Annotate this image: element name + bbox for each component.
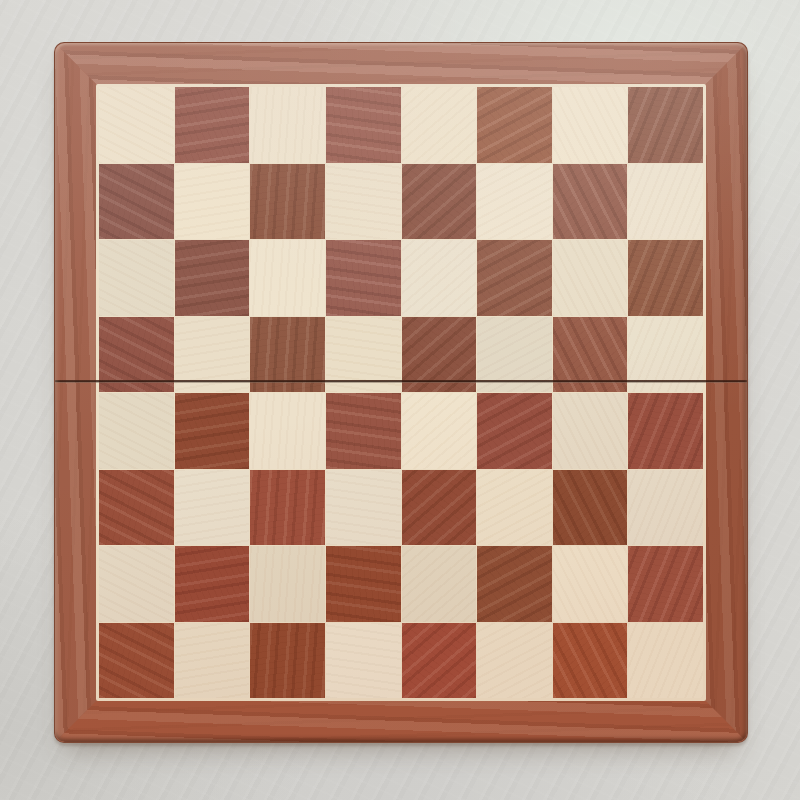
- board-frame-right: [703, 43, 747, 742]
- square-e6[interactable]: [402, 240, 477, 316]
- square-b4[interactable]: [175, 393, 250, 469]
- square-f4[interactable]: [477, 393, 552, 469]
- square-h2[interactable]: [628, 546, 703, 622]
- square-h5[interactable]: [628, 317, 703, 393]
- square-a5[interactable]: [99, 317, 174, 393]
- square-b2[interactable]: [175, 546, 250, 622]
- square-h4[interactable]: [628, 393, 703, 469]
- square-d7[interactable]: [326, 164, 401, 240]
- square-a7[interactable]: [99, 164, 174, 240]
- board-squares-grid: [99, 87, 703, 698]
- board-frame-top: [55, 43, 747, 87]
- square-h7[interactable]: [628, 164, 703, 240]
- square-e8[interactable]: [402, 87, 477, 163]
- chess-board: [54, 42, 748, 743]
- square-d6[interactable]: [326, 240, 401, 316]
- square-b5[interactable]: [175, 317, 250, 393]
- square-c8[interactable]: [250, 87, 325, 163]
- square-e3[interactable]: [402, 470, 477, 546]
- square-c6[interactable]: [250, 240, 325, 316]
- square-c2[interactable]: [250, 546, 325, 622]
- square-f5[interactable]: [477, 317, 552, 393]
- square-e1[interactable]: [402, 623, 477, 699]
- square-a6[interactable]: [99, 240, 174, 316]
- board-frame-bottom: [55, 698, 747, 742]
- square-g6[interactable]: [553, 240, 628, 316]
- square-d8[interactable]: [326, 87, 401, 163]
- square-a4[interactable]: [99, 393, 174, 469]
- square-h3[interactable]: [628, 470, 703, 546]
- square-a1[interactable]: [99, 623, 174, 699]
- square-g3[interactable]: [553, 470, 628, 546]
- square-e2[interactable]: [402, 546, 477, 622]
- square-c1[interactable]: [250, 623, 325, 699]
- square-e5[interactable]: [402, 317, 477, 393]
- square-e4[interactable]: [402, 393, 477, 469]
- square-g8[interactable]: [553, 87, 628, 163]
- square-a8[interactable]: [99, 87, 174, 163]
- square-g5[interactable]: [553, 317, 628, 393]
- square-f2[interactable]: [477, 546, 552, 622]
- square-b6[interactable]: [175, 240, 250, 316]
- board-frame-left: [55, 43, 99, 742]
- square-d2[interactable]: [326, 546, 401, 622]
- square-h1[interactable]: [628, 623, 703, 699]
- square-d5[interactable]: [326, 317, 401, 393]
- square-g2[interactable]: [553, 546, 628, 622]
- square-c4[interactable]: [250, 393, 325, 469]
- square-g7[interactable]: [553, 164, 628, 240]
- square-b7[interactable]: [175, 164, 250, 240]
- square-a2[interactable]: [99, 546, 174, 622]
- square-b3[interactable]: [175, 470, 250, 546]
- square-h8[interactable]: [628, 87, 703, 163]
- square-d3[interactable]: [326, 470, 401, 546]
- square-h6[interactable]: [628, 240, 703, 316]
- square-g4[interactable]: [553, 393, 628, 469]
- square-c7[interactable]: [250, 164, 325, 240]
- square-c3[interactable]: [250, 470, 325, 546]
- square-b1[interactable]: [175, 623, 250, 699]
- square-b8[interactable]: [175, 87, 250, 163]
- square-f6[interactable]: [477, 240, 552, 316]
- square-f1[interactable]: [477, 623, 552, 699]
- square-e7[interactable]: [402, 164, 477, 240]
- square-f7[interactable]: [477, 164, 552, 240]
- square-f3[interactable]: [477, 470, 552, 546]
- square-d1[interactable]: [326, 623, 401, 699]
- square-a3[interactable]: [99, 470, 174, 546]
- square-g1[interactable]: [553, 623, 628, 699]
- square-d4[interactable]: [326, 393, 401, 469]
- square-f8[interactable]: [477, 87, 552, 163]
- square-c5[interactable]: [250, 317, 325, 393]
